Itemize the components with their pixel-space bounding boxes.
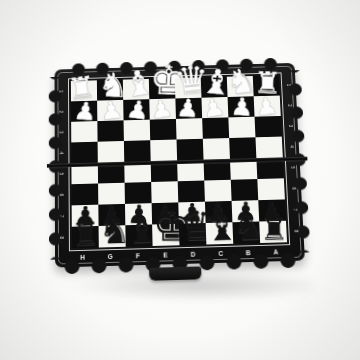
piece-black-bishop[interactable]: ♝ [205, 209, 234, 246]
rank-label-right-1: 1 [278, 81, 300, 89]
rank-label-left-6: 6 [51, 191, 73, 199]
square-b4[interactable] [229, 137, 256, 159]
rank-label-right-3: 3 [280, 122, 302, 130]
piece-black-rook[interactable]: ♜ [71, 218, 99, 251]
rank-label-right-2: 2 [279, 101, 301, 109]
file-label-a: A [262, 246, 290, 257]
square-h8[interactable]: ♜ [72, 226, 99, 248]
rank-label-right-8: 8 [285, 227, 307, 235]
product-photo: 12345678 12345678 ♜♞♝♚♛♝♞♜♟♟♟♟♟♟♟♟♟♟♟♟♟♟… [0, 0, 360, 360]
rank-label-left-1: 1 [51, 87, 72, 95]
rank-label-right-4: 4 [281, 143, 303, 151]
rank-label-left-7: 7 [51, 212, 73, 220]
piece-black-rook[interactable]: ♜ [260, 213, 287, 244]
square-d8[interactable]: ♛ [179, 223, 206, 245]
piece-black-king[interactable]: ♚ [152, 205, 179, 248]
rank-label-left-5: 5 [51, 170, 73, 178]
square-a3[interactable] [255, 116, 282, 137]
board-frame: 12345678 12345678 ♜♞♝♚♛♝♞♜♟♟♟♟♟♟♟♟♟♟♟♟♟♟… [54, 63, 304, 268]
square-f3[interactable] [124, 120, 151, 141]
piece-black-queen[interactable]: ♛ [178, 206, 206, 247]
square-d4[interactable] [177, 139, 204, 161]
piece-black-knight[interactable]: ♞ [232, 210, 260, 246]
square-a2[interactable]: ♟ [254, 96, 281, 117]
rank-label-right-7: 7 [284, 206, 306, 214]
rank-label-left-4: 4 [51, 149, 73, 157]
square-e2[interactable]: ♟ [149, 98, 176, 119]
square-f4[interactable] [124, 140, 151, 162]
piece-black-knight[interactable]: ♞ [98, 214, 125, 250]
square-c8[interactable]: ♝ [206, 222, 234, 244]
square-d3[interactable] [176, 118, 203, 139]
square-g4[interactable] [98, 141, 125, 163]
square-c2[interactable]: ♟ [201, 97, 228, 118]
square-c3[interactable] [202, 117, 229, 138]
piece-black-bishop[interactable]: ♝ [125, 212, 153, 249]
square-b2[interactable]: ♟ [228, 96, 255, 117]
square-b8[interactable]: ♞ [232, 221, 260, 243]
square-f8[interactable]: ♝ [125, 224, 152, 246]
file-label-b: B [235, 247, 263, 258]
square-g8[interactable]: ♞ [99, 225, 126, 247]
square-c4[interactable] [203, 138, 230, 160]
rank-label-left-8: 8 [51, 234, 73, 242]
rank-label-left-3: 3 [51, 128, 72, 136]
rank-label-right-5: 5 [282, 163, 304, 171]
square-h2[interactable]: ♟ [71, 101, 97, 122]
square-g2[interactable]: ♟ [97, 100, 123, 121]
square-g3[interactable] [97, 120, 124, 141]
square-e8[interactable]: ♚ [152, 224, 179, 246]
rank-labels-left: 12345678 [57, 81, 66, 248]
file-label-g: G [97, 251, 125, 262]
square-b3[interactable] [228, 117, 255, 138]
square-a8[interactable]: ♜ [259, 221, 287, 243]
square-h4[interactable] [71, 142, 98, 164]
square-a4[interactable] [255, 137, 282, 159]
square-e4[interactable] [150, 139, 177, 161]
square-f2[interactable]: ♟ [123, 99, 150, 120]
latch-clasp[interactable] [149, 266, 201, 280]
rank-label-right-6: 6 [283, 184, 305, 192]
rank-label-left-2: 2 [51, 108, 72, 116]
square-e3[interactable] [150, 119, 177, 140]
square-h3[interactable] [71, 121, 97, 142]
chess-board: 12345678 12345678 ♜♞♝♚♛♝♞♜♟♟♟♟♟♟♟♟♟♟♟♟♟♟… [54, 63, 304, 268]
